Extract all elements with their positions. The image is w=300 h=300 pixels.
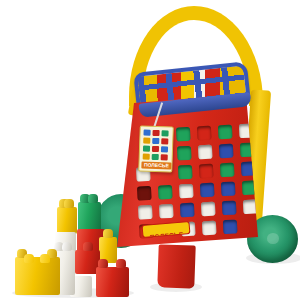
basket-hole xyxy=(219,144,234,159)
block-stud xyxy=(116,259,126,268)
basket-hole xyxy=(158,185,173,200)
basket-hole xyxy=(222,201,237,216)
basket-hole xyxy=(176,127,191,142)
basket-hole xyxy=(218,125,233,140)
basket-hole xyxy=(178,165,193,180)
basket-hole xyxy=(221,182,236,197)
basket-hole xyxy=(220,163,235,178)
trolley-foot-flap xyxy=(157,244,195,288)
basket-hole xyxy=(201,202,216,217)
basket-hole xyxy=(199,164,214,179)
tag-toy-icon xyxy=(143,154,150,160)
basket-hole xyxy=(179,184,194,199)
basket-hole xyxy=(159,204,174,219)
block-stud xyxy=(98,259,108,268)
tag-toy-icon xyxy=(161,138,168,144)
tag-toy-icon xyxy=(152,138,159,144)
block-stud xyxy=(64,199,74,208)
block-stud xyxy=(88,194,98,203)
basket-hole xyxy=(180,203,195,218)
tag-toy-icon xyxy=(152,146,159,152)
basket-hole xyxy=(177,146,192,161)
basket-hole xyxy=(197,126,212,141)
wheel-hub xyxy=(267,233,278,244)
block-stud xyxy=(40,254,50,263)
basket-hole xyxy=(200,183,215,198)
tag-toy-icon xyxy=(143,146,150,152)
tag-toy-icon xyxy=(161,154,168,160)
building-block xyxy=(96,267,129,297)
basket-hole xyxy=(138,205,153,220)
building-block xyxy=(57,207,77,234)
tag-brand-strip: ПОЛЕСЬЕ xyxy=(141,162,171,170)
basket-hole xyxy=(223,219,238,234)
tag-toy-icon xyxy=(143,138,150,144)
trolley-basket: ПОЛЕСЬЕ xyxy=(112,90,260,250)
tag-toy-icon xyxy=(143,130,150,136)
building-block xyxy=(78,202,101,232)
building-block xyxy=(15,257,60,295)
basket-hole xyxy=(198,145,213,160)
tag-toy-icon xyxy=(161,130,168,136)
tag-toy-icon xyxy=(152,154,159,160)
tag-toy-icon xyxy=(161,146,168,152)
basket-hole xyxy=(202,221,217,236)
product-tag: ПОЛЕСЬЕ xyxy=(138,125,174,172)
block-stud xyxy=(103,229,113,238)
basket-hole xyxy=(137,186,152,201)
block-stud xyxy=(62,242,72,251)
product-photo: ПОЛЕСЬЕ ПОЛЕСЬЕ xyxy=(0,0,300,300)
tag-icon-grid xyxy=(143,130,172,163)
tag-toy-icon xyxy=(152,130,159,136)
block-stud xyxy=(24,254,34,263)
block-stud xyxy=(83,242,93,251)
